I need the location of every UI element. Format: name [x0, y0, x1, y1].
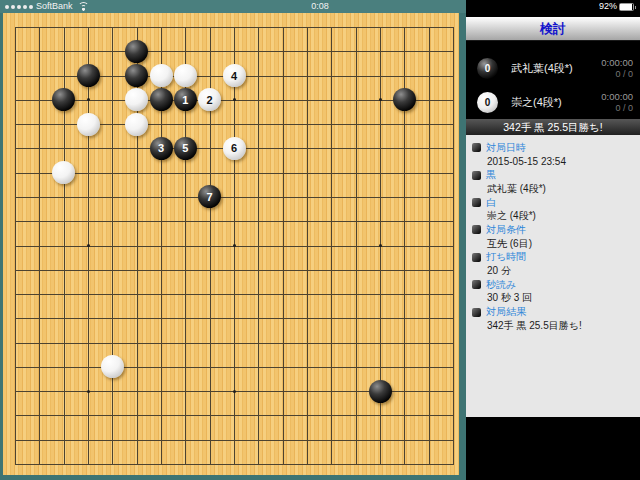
black-stone: 1 — [174, 88, 197, 111]
black-stone: 5 — [174, 137, 197, 160]
info-item-label: 打ち時間 — [466, 251, 640, 265]
star-point — [233, 390, 236, 393]
info-item-label: 白 — [466, 196, 640, 210]
black-player-name: 武礼葉(4段*) — [511, 61, 573, 76]
square-bullet-icon — [472, 225, 481, 234]
go-board[interactable]: 4123567 — [3, 13, 459, 475]
app-screen: SoftBank 0:08 92% 4123567 検討 0 武礼葉(4段*) … — [0, 0, 640, 480]
info-item-label: 黒 — [466, 168, 640, 182]
white-stone — [150, 64, 173, 87]
white-player-name: 崇之(4段*) — [511, 95, 562, 110]
white-stone — [77, 113, 100, 136]
white-player-clock: 0:00:00 0 / 0 — [601, 91, 633, 114]
square-bullet-icon — [472, 143, 481, 152]
black-stone — [125, 40, 148, 63]
info-item-value: 互先 (6目) — [466, 237, 640, 251]
white-stone — [125, 113, 148, 136]
info-item-value: 30 秒 3 回 — [466, 292, 640, 306]
battery-percent-label: 92% — [599, 1, 617, 11]
star-point — [87, 244, 90, 247]
signal-strength-icon — [5, 5, 33, 9]
info-item-value: 2015-05-15 23:54 — [466, 155, 640, 169]
square-bullet-icon — [472, 308, 481, 317]
player-row-white: 0 崇之(4段*) 0:00:00 0 / 0 — [466, 87, 640, 117]
info-item-value: 崇之 (4段*) — [466, 209, 640, 223]
white-stone: 6 — [223, 137, 246, 160]
star-point — [87, 98, 90, 101]
black-captures-stone-icon: 0 — [477, 58, 498, 79]
wifi-icon — [78, 2, 89, 11]
info-item-value: 武礼葉 (4段*) — [466, 182, 640, 196]
board-area: 4123567 — [0, 13, 466, 480]
board-grid: 4123567 — [15, 27, 454, 465]
side-panel: 検討 0 武礼葉(4段*) 0:00:00 0 / 0 0 崇之(4段*) 0:… — [466, 13, 640, 480]
white-stone — [174, 64, 197, 87]
info-item-value: 342手 黒 25.5目勝ち! — [466, 319, 640, 333]
white-stone — [101, 355, 124, 378]
star-point — [87, 390, 90, 393]
star-point — [233, 244, 236, 247]
battery-icon — [619, 3, 634, 11]
carrier-label: SoftBank — [36, 1, 73, 11]
black-stone — [150, 88, 173, 111]
black-stone: 3 — [150, 137, 173, 160]
info-item-label: 対局日時 — [466, 141, 640, 155]
white-stone — [52, 161, 75, 184]
black-stone — [77, 64, 100, 87]
review-mode-button[interactable]: 検討 — [466, 17, 640, 41]
info-item-label: 対局条件 — [466, 223, 640, 237]
black-stone — [393, 88, 416, 111]
clock-label: 0:08 — [300, 1, 340, 11]
info-item-label: 対局結果 — [466, 305, 640, 319]
white-captures-stone-icon: 0 — [477, 92, 498, 113]
black-stone: 7 — [198, 185, 221, 208]
white-stone — [125, 88, 148, 111]
white-stone: 2 — [198, 88, 221, 111]
result-banner: 342手 黒 25.5目勝ち! — [466, 118, 640, 136]
black-stone — [369, 380, 392, 403]
star-point — [233, 98, 236, 101]
player-row-black: 0 武礼葉(4段*) 0:00:00 0 / 0 — [466, 53, 640, 83]
status-bar: SoftBank 0:08 92% — [0, 0, 640, 13]
star-point — [379, 98, 382, 101]
black-player-clock: 0:00:00 0 / 0 — [601, 57, 633, 80]
star-point — [379, 244, 382, 247]
playback-controls: ◀ A ▶ 手順再検討形勢終了 — [466, 417, 640, 480]
square-bullet-icon — [472, 171, 481, 180]
square-bullet-icon — [472, 280, 481, 289]
square-bullet-icon — [472, 253, 481, 262]
info-item-label: 秒読み — [466, 278, 640, 292]
black-stone — [125, 64, 148, 87]
square-bullet-icon — [472, 198, 481, 207]
white-stone: 4 — [223, 64, 246, 87]
black-stone — [52, 88, 75, 111]
info-item-value: 20 分 — [466, 264, 640, 278]
game-info-list: 対局日時2015-05-15 23:54黒武礼葉 (4段*)白崇之 (4段*)対… — [466, 135, 640, 417]
